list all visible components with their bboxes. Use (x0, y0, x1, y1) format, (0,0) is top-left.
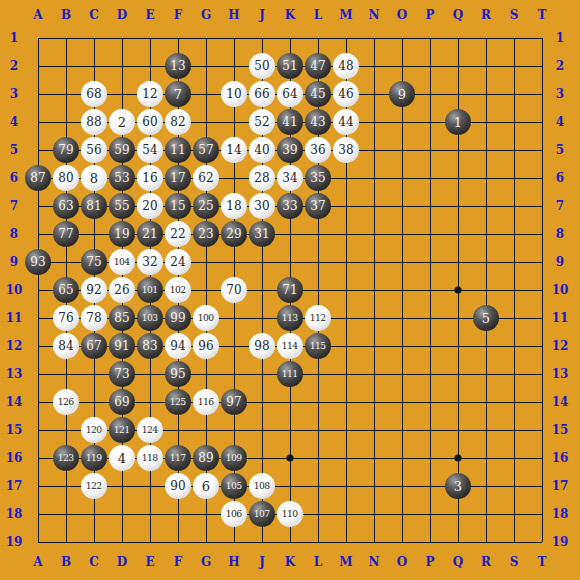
stone-white-44-M4[interactable]: 44 (333, 109, 359, 135)
stone-black-71-K10[interactable]: 71 (277, 277, 303, 303)
intersection-E2[interactable] (136, 52, 164, 80)
stone-white-112-L11[interactable]: 112 (305, 305, 331, 331)
intersection-C8[interactable] (80, 220, 108, 248)
intersection-S8[interactable] (500, 220, 528, 248)
intersection-S18[interactable] (500, 500, 528, 528)
stone-black-115-L12[interactable]: 115 (305, 333, 331, 359)
intersection-C19[interactable] (80, 528, 108, 556)
intersection-F1[interactable] (164, 24, 192, 52)
stone-white-70-H10[interactable]: 70 (221, 277, 247, 303)
intersection-T19[interactable] (528, 528, 556, 556)
stone-black-21-E8[interactable]: 21 (137, 221, 163, 247)
intersection-M9[interactable] (332, 248, 360, 276)
intersection-L17[interactable] (304, 472, 332, 500)
stone-black-35-L6[interactable]: 35 (305, 165, 331, 191)
intersection-C1[interactable] (80, 24, 108, 52)
intersection-A14[interactable] (24, 388, 52, 416)
intersection-B9[interactable] (52, 248, 80, 276)
intersection-G2[interactable] (192, 52, 220, 80)
intersection-S9[interactable] (500, 248, 528, 276)
stone-white-64-K3[interactable]: 64 (277, 81, 303, 107)
intersection-H1[interactable] (220, 24, 248, 52)
intersection-N2[interactable] (360, 52, 388, 80)
intersection-Q6[interactable] (444, 164, 472, 192)
intersection-L19[interactable] (304, 528, 332, 556)
intersection-H11[interactable] (220, 304, 248, 332)
stone-black-1-Q4[interactable]: 1 (445, 109, 471, 135)
intersection-E19[interactable] (136, 528, 164, 556)
intersection-D1[interactable] (108, 24, 136, 52)
stone-white-46-M3[interactable]: 46 (333, 81, 359, 107)
stone-white-14-H5[interactable]: 14 (221, 137, 247, 163)
stone-white-60-E4[interactable]: 60 (137, 109, 163, 135)
stone-white-20-E7[interactable]: 20 (137, 193, 163, 219)
intersection-Q7[interactable] (444, 192, 472, 220)
intersection-B18[interactable] (52, 500, 80, 528)
intersection-Q19[interactable] (444, 528, 472, 556)
intersection-T4[interactable] (528, 108, 556, 136)
intersection-N6[interactable] (360, 164, 388, 192)
intersection-A2[interactable] (24, 52, 52, 80)
intersection-R18[interactable] (472, 500, 500, 528)
intersection-T7[interactable] (528, 192, 556, 220)
intersection-O15[interactable] (388, 416, 416, 444)
intersection-P2[interactable] (416, 52, 444, 80)
intersection-J9[interactable] (248, 248, 276, 276)
intersection-R13[interactable] (472, 360, 500, 388)
stone-white-98-J12[interactable]: 98 (249, 333, 275, 359)
intersection-S4[interactable] (500, 108, 528, 136)
intersection-H12[interactable] (220, 332, 248, 360)
intersection-F19[interactable] (164, 528, 192, 556)
intersection-S19[interactable] (500, 528, 528, 556)
stone-white-120-C15[interactable]: 120 (81, 417, 107, 443)
intersection-G10[interactable] (192, 276, 220, 304)
intersection-S15[interactable] (500, 416, 528, 444)
stone-white-26-D10[interactable]: 26 (109, 277, 135, 303)
stone-black-121-D15[interactable]: 121 (109, 417, 135, 443)
intersection-P16[interactable] (416, 444, 444, 472)
intersection-A7[interactable] (24, 192, 52, 220)
intersection-G3[interactable] (192, 80, 220, 108)
intersection-T12[interactable] (528, 332, 556, 360)
stone-white-116-G14[interactable]: 116 (193, 389, 219, 415)
intersection-R10[interactable] (472, 276, 500, 304)
stone-black-15-F7[interactable]: 15 (165, 193, 191, 219)
stone-black-73-D13[interactable]: 73 (109, 361, 135, 387)
intersection-G9[interactable] (192, 248, 220, 276)
intersection-D17[interactable] (108, 472, 136, 500)
stone-white-36-L5[interactable]: 36 (305, 137, 331, 163)
intersection-N5[interactable] (360, 136, 388, 164)
stone-black-95-F13[interactable]: 95 (165, 361, 191, 387)
stone-black-25-G7[interactable]: 25 (193, 193, 219, 219)
stone-black-103-E11[interactable]: 103 (137, 305, 163, 331)
intersection-T5[interactable] (528, 136, 556, 164)
intersection-J16[interactable] (248, 444, 276, 472)
stone-black-63-B7[interactable]: 63 (53, 193, 79, 219)
intersection-Q12[interactable] (444, 332, 472, 360)
stone-black-17-F6[interactable]: 17 (165, 165, 191, 191)
stone-white-88-C4[interactable]: 88 (81, 109, 107, 135)
intersection-H6[interactable] (220, 164, 248, 192)
intersection-S6[interactable] (500, 164, 528, 192)
intersection-J11[interactable] (248, 304, 276, 332)
stone-white-106-H18[interactable]: 106 (221, 501, 247, 527)
intersection-B1[interactable] (52, 24, 80, 52)
stone-white-40-J5[interactable]: 40 (249, 137, 275, 163)
stone-black-75-C9[interactable]: 75 (81, 249, 107, 275)
intersection-P7[interactable] (416, 192, 444, 220)
intersection-P19[interactable] (416, 528, 444, 556)
intersection-P15[interactable] (416, 416, 444, 444)
intersection-P17[interactable] (416, 472, 444, 500)
intersection-T10[interactable] (528, 276, 556, 304)
intersection-P11[interactable] (416, 304, 444, 332)
stone-white-12-E3[interactable]: 12 (137, 81, 163, 107)
intersection-A4[interactable] (24, 108, 52, 136)
intersection-T2[interactable] (528, 52, 556, 80)
intersection-R8[interactable] (472, 220, 500, 248)
intersection-R7[interactable] (472, 192, 500, 220)
stone-white-28-J6[interactable]: 28 (249, 165, 275, 191)
stone-white-114-K12[interactable]: 114 (277, 333, 303, 359)
stone-black-7-F3[interactable]: 7 (165, 81, 191, 107)
intersection-H15[interactable] (220, 416, 248, 444)
intersection-N12[interactable] (360, 332, 388, 360)
intersection-T13[interactable] (528, 360, 556, 388)
stone-black-111-K13[interactable]: 111 (277, 361, 303, 387)
stone-white-56-C5[interactable]: 56 (81, 137, 107, 163)
intersection-L1[interactable] (304, 24, 332, 52)
stone-black-39-K5[interactable]: 39 (277, 137, 303, 163)
stone-black-123-B16[interactable]: 123 (53, 445, 79, 471)
stone-white-110-K18[interactable]: 110 (277, 501, 303, 527)
intersection-M14[interactable] (332, 388, 360, 416)
intersection-H2[interactable] (220, 52, 248, 80)
intersection-B2[interactable] (52, 52, 80, 80)
intersection-N11[interactable] (360, 304, 388, 332)
intersection-F18[interactable] (164, 500, 192, 528)
intersection-G1[interactable] (192, 24, 220, 52)
intersection-M13[interactable] (332, 360, 360, 388)
intersection-R2[interactable] (472, 52, 500, 80)
intersection-R17[interactable] (472, 472, 500, 500)
intersection-P10[interactable] (416, 276, 444, 304)
stone-white-38-M5[interactable]: 38 (333, 137, 359, 163)
intersection-P3[interactable] (416, 80, 444, 108)
intersection-T9[interactable] (528, 248, 556, 276)
intersection-H9[interactable] (220, 248, 248, 276)
stone-black-93-A9[interactable]: 93 (25, 249, 51, 275)
intersection-P6[interactable] (416, 164, 444, 192)
intersection-Q9[interactable] (444, 248, 472, 276)
stone-black-37-L7[interactable]: 37 (305, 193, 331, 219)
intersection-P4[interactable] (416, 108, 444, 136)
intersection-B17[interactable] (52, 472, 80, 500)
intersection-E14[interactable] (136, 388, 164, 416)
intersection-E13[interactable] (136, 360, 164, 388)
stone-black-101-E10[interactable]: 101 (137, 277, 163, 303)
stone-black-9-O3[interactable]: 9 (389, 81, 415, 107)
intersection-N19[interactable] (360, 528, 388, 556)
intersection-Q8[interactable] (444, 220, 472, 248)
intersection-O12[interactable] (388, 332, 416, 360)
intersection-Q1[interactable] (444, 24, 472, 52)
intersection-J10[interactable] (248, 276, 276, 304)
stone-white-102-F10[interactable]: 102 (165, 277, 191, 303)
stone-black-51-K2[interactable]: 51 (277, 53, 303, 79)
intersection-P18[interactable] (416, 500, 444, 528)
intersection-Q5[interactable] (444, 136, 472, 164)
intersection-T14[interactable] (528, 388, 556, 416)
stone-black-119-C16[interactable]: 119 (81, 445, 107, 471)
intersection-M8[interactable] (332, 220, 360, 248)
intersection-E17[interactable] (136, 472, 164, 500)
intersection-A5[interactable] (24, 136, 52, 164)
intersection-M11[interactable] (332, 304, 360, 332)
stone-white-108-J17[interactable]: 108 (249, 473, 275, 499)
intersection-T1[interactable] (528, 24, 556, 52)
intersection-E1[interactable] (136, 24, 164, 52)
stone-black-105-H17[interactable]: 105 (221, 473, 247, 499)
intersection-E18[interactable] (136, 500, 164, 528)
intersection-A17[interactable] (24, 472, 52, 500)
intersection-P8[interactable] (416, 220, 444, 248)
intersection-T17[interactable] (528, 472, 556, 500)
intersection-R15[interactable] (472, 416, 500, 444)
stone-white-96-G12[interactable]: 96 (193, 333, 219, 359)
stone-black-107-J18[interactable]: 107 (249, 501, 275, 527)
intersection-K19[interactable] (276, 528, 304, 556)
intersection-S14[interactable] (500, 388, 528, 416)
intersection-R12[interactable] (472, 332, 500, 360)
stone-black-57-G5[interactable]: 57 (193, 137, 219, 163)
intersection-A18[interactable] (24, 500, 52, 528)
intersection-O17[interactable] (388, 472, 416, 500)
intersection-Q3[interactable] (444, 80, 472, 108)
intersection-S2[interactable] (500, 52, 528, 80)
intersection-R9[interactable] (472, 248, 500, 276)
intersection-O16[interactable] (388, 444, 416, 472)
stone-white-4-D16[interactable]: 4 (109, 445, 135, 471)
intersection-F15[interactable] (164, 416, 192, 444)
intersection-S10[interactable] (500, 276, 528, 304)
intersection-Q2[interactable] (444, 52, 472, 80)
stone-black-55-D7[interactable]: 55 (109, 193, 135, 219)
stone-white-34-K6[interactable]: 34 (277, 165, 303, 191)
stone-white-8-C6[interactable]: 8 (81, 165, 107, 191)
stone-white-18-H7[interactable]: 18 (221, 193, 247, 219)
stone-black-41-K4[interactable]: 41 (277, 109, 303, 135)
intersection-S3[interactable] (500, 80, 528, 108)
go-board[interactable]: ABCDEFGHJKLMNOPQRST ABCDEFGHJKLMNOPQRST … (0, 0, 580, 580)
intersection-K17[interactable] (276, 472, 304, 500)
intersection-G15[interactable] (192, 416, 220, 444)
intersection-M16[interactable] (332, 444, 360, 472)
stone-white-124-E15[interactable]: 124 (137, 417, 163, 443)
stone-black-97-H14[interactable]: 97 (221, 389, 247, 415)
stone-white-62-G6[interactable]: 62 (193, 165, 219, 191)
intersection-A1[interactable] (24, 24, 52, 52)
intersection-M19[interactable] (332, 528, 360, 556)
intersection-O19[interactable] (388, 528, 416, 556)
intersection-Q11[interactable] (444, 304, 472, 332)
stone-black-117-F16[interactable]: 117 (165, 445, 191, 471)
stone-white-104-D9[interactable]: 104 (109, 249, 135, 275)
stone-white-100-G11[interactable]: 100 (193, 305, 219, 331)
intersection-M1[interactable] (332, 24, 360, 52)
stone-black-33-K7[interactable]: 33 (277, 193, 303, 219)
intersection-S13[interactable] (500, 360, 528, 388)
intersection-T16[interactable] (528, 444, 556, 472)
intersection-Q15[interactable] (444, 416, 472, 444)
intersection-D3[interactable] (108, 80, 136, 108)
stone-black-99-F11[interactable]: 99 (165, 305, 191, 331)
stone-white-48-M2[interactable]: 48 (333, 53, 359, 79)
intersection-O4[interactable] (388, 108, 416, 136)
intersection-C2[interactable] (80, 52, 108, 80)
intersection-J1[interactable] (248, 24, 276, 52)
stone-white-80-B6[interactable]: 80 (53, 165, 79, 191)
intersection-T11[interactable] (528, 304, 556, 332)
intersection-R16[interactable] (472, 444, 500, 472)
stone-white-92-C10[interactable]: 92 (81, 277, 107, 303)
intersection-C13[interactable] (80, 360, 108, 388)
intersection-R5[interactable] (472, 136, 500, 164)
intersection-M10[interactable] (332, 276, 360, 304)
stone-black-109-H16[interactable]: 109 (221, 445, 247, 471)
stone-black-5-R11[interactable]: 5 (473, 305, 499, 331)
intersection-O5[interactable] (388, 136, 416, 164)
intersection-J13[interactable] (248, 360, 276, 388)
intersection-N13[interactable] (360, 360, 388, 388)
intersection-G13[interactable] (192, 360, 220, 388)
intersection-A15[interactable] (24, 416, 52, 444)
stone-white-90-F17[interactable]: 90 (165, 473, 191, 499)
intersection-A13[interactable] (24, 360, 52, 388)
intersection-L18[interactable] (304, 500, 332, 528)
stone-white-82-F4[interactable]: 82 (165, 109, 191, 135)
stone-white-10-H3[interactable]: 10 (221, 81, 247, 107)
stone-white-76-B11[interactable]: 76 (53, 305, 79, 331)
intersection-H19[interactable] (220, 528, 248, 556)
intersection-D18[interactable] (108, 500, 136, 528)
stone-black-83-E12[interactable]: 83 (137, 333, 163, 359)
stone-white-126-B14[interactable]: 126 (53, 389, 79, 415)
intersection-B19[interactable] (52, 528, 80, 556)
intersection-M6[interactable] (332, 164, 360, 192)
stone-black-45-L3[interactable]: 45 (305, 81, 331, 107)
intersection-N7[interactable] (360, 192, 388, 220)
intersection-L8[interactable] (304, 220, 332, 248)
intersection-S1[interactable] (500, 24, 528, 52)
stone-white-22-F8[interactable]: 22 (165, 221, 191, 247)
stone-black-59-D5[interactable]: 59 (109, 137, 135, 163)
intersection-M18[interactable] (332, 500, 360, 528)
intersection-C14[interactable] (80, 388, 108, 416)
intersection-S5[interactable] (500, 136, 528, 164)
intersection-P1[interactable] (416, 24, 444, 52)
intersection-A10[interactable] (24, 276, 52, 304)
intersection-A16[interactable] (24, 444, 52, 472)
intersection-N10[interactable] (360, 276, 388, 304)
stone-black-91-D12[interactable]: 91 (109, 333, 135, 359)
stone-white-78-C11[interactable]: 78 (81, 305, 107, 331)
intersection-S16[interactable] (500, 444, 528, 472)
intersection-K9[interactable] (276, 248, 304, 276)
intersection-N16[interactable] (360, 444, 388, 472)
intersection-N9[interactable] (360, 248, 388, 276)
stone-black-29-H8[interactable]: 29 (221, 221, 247, 247)
stone-black-87-A6[interactable]: 87 (25, 165, 51, 191)
intersection-O8[interactable] (388, 220, 416, 248)
intersection-A11[interactable] (24, 304, 52, 332)
intersection-Q13[interactable] (444, 360, 472, 388)
stone-black-47-L2[interactable]: 47 (305, 53, 331, 79)
intersection-S7[interactable] (500, 192, 528, 220)
intersection-K8[interactable] (276, 220, 304, 248)
intersection-S17[interactable] (500, 472, 528, 500)
intersection-B3[interactable] (52, 80, 80, 108)
stone-white-122-C17[interactable]: 122 (81, 473, 107, 499)
intersection-A8[interactable] (24, 220, 52, 248)
intersection-T6[interactable] (528, 164, 556, 192)
intersection-N14[interactable] (360, 388, 388, 416)
intersection-G19[interactable] (192, 528, 220, 556)
intersection-Q14[interactable] (444, 388, 472, 416)
intersection-N8[interactable] (360, 220, 388, 248)
intersection-K16[interactable] (276, 444, 304, 472)
stone-white-16-E6[interactable]: 16 (137, 165, 163, 191)
intersection-R4[interactable] (472, 108, 500, 136)
intersection-P12[interactable] (416, 332, 444, 360)
stone-black-23-G8[interactable]: 23 (193, 221, 219, 247)
intersection-L13[interactable] (304, 360, 332, 388)
stone-white-84-B12[interactable]: 84 (53, 333, 79, 359)
stone-black-53-D6[interactable]: 53 (109, 165, 135, 191)
intersection-C18[interactable] (80, 500, 108, 528)
intersection-Q18[interactable] (444, 500, 472, 528)
intersection-M15[interactable] (332, 416, 360, 444)
intersection-O11[interactable] (388, 304, 416, 332)
intersection-N15[interactable] (360, 416, 388, 444)
stone-black-79-B5[interactable]: 79 (53, 137, 79, 163)
stone-white-68-C3[interactable]: 68 (81, 81, 107, 107)
stone-black-43-L4[interactable]: 43 (305, 109, 331, 135)
stone-black-89-G16[interactable]: 89 (193, 445, 219, 471)
stone-white-2-D4[interactable]: 2 (109, 109, 135, 135)
stone-black-81-C7[interactable]: 81 (81, 193, 107, 219)
intersection-A19[interactable] (24, 528, 52, 556)
intersection-P13[interactable] (416, 360, 444, 388)
intersection-R6[interactable] (472, 164, 500, 192)
intersection-L10[interactable] (304, 276, 332, 304)
intersection-G4[interactable] (192, 108, 220, 136)
stone-white-52-J4[interactable]: 52 (249, 109, 275, 135)
intersection-O18[interactable] (388, 500, 416, 528)
intersection-D2[interactable] (108, 52, 136, 80)
intersection-H13[interactable] (220, 360, 248, 388)
intersection-L16[interactable] (304, 444, 332, 472)
stone-white-118-E16[interactable]: 118 (137, 445, 163, 471)
intersection-J14[interactable] (248, 388, 276, 416)
intersection-M7[interactable] (332, 192, 360, 220)
stone-black-11-F5[interactable]: 11 (165, 137, 191, 163)
intersection-T15[interactable] (528, 416, 556, 444)
stone-white-50-J2[interactable]: 50 (249, 53, 275, 79)
intersection-N4[interactable] (360, 108, 388, 136)
